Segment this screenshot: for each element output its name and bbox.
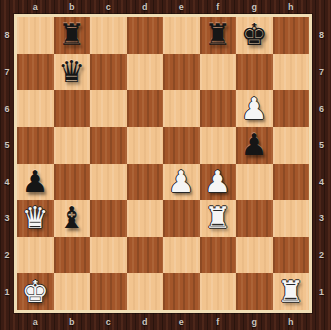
- piece-white-rook[interactable]: ♜: [273, 273, 310, 310]
- file-label-h: h: [273, 313, 310, 330]
- file-labels-top: abcdefgh: [14, 0, 312, 14]
- piece-black-pawn[interactable]: ♟: [17, 164, 54, 201]
- square-e4[interactable]: ♟: [163, 164, 200, 201]
- file-label-d: d: [127, 0, 164, 14]
- square-c7[interactable]: [90, 54, 127, 91]
- square-e7[interactable]: [163, 54, 200, 91]
- rank-labels-left: 87654321: [0, 14, 14, 313]
- square-c8[interactable]: [90, 17, 127, 54]
- square-g7[interactable]: [236, 54, 273, 91]
- square-a3[interactable]: ♛: [17, 200, 54, 237]
- square-e5[interactable]: [163, 127, 200, 164]
- square-c2[interactable]: [90, 237, 127, 274]
- square-a2[interactable]: [17, 237, 54, 274]
- rank-label-4: 4: [312, 164, 331, 201]
- file-label-b: b: [54, 0, 91, 14]
- piece-white-rook[interactable]: ♜: [200, 200, 237, 237]
- piece-white-king[interactable]: ♚: [17, 273, 54, 310]
- square-b8[interactable]: ♜: [54, 17, 91, 54]
- rank-label-3: 3: [0, 200, 14, 237]
- square-b3[interactable]: ♝: [54, 200, 91, 237]
- square-a8[interactable]: [17, 17, 54, 54]
- square-h4[interactable]: [273, 164, 310, 201]
- square-h2[interactable]: [273, 237, 310, 274]
- rank-label-2: 2: [312, 237, 331, 274]
- rank-label-8: 8: [0, 17, 14, 54]
- square-g8[interactable]: ♚: [236, 17, 273, 54]
- file-label-g: g: [236, 313, 273, 330]
- square-f1[interactable]: [200, 273, 237, 310]
- square-b5[interactable]: [54, 127, 91, 164]
- piece-black-pawn[interactable]: ♟: [236, 127, 273, 164]
- rank-labels-right: 87654321: [312, 14, 331, 313]
- piece-white-pawn[interactable]: ♟: [163, 164, 200, 201]
- square-c4[interactable]: [90, 164, 127, 201]
- square-e1[interactable]: [163, 273, 200, 310]
- rank-label-1: 1: [0, 273, 14, 310]
- square-g2[interactable]: [236, 237, 273, 274]
- file-label-a: a: [17, 313, 54, 330]
- piece-black-king[interactable]: ♚: [236, 17, 273, 54]
- square-b7[interactable]: ♛: [54, 54, 91, 91]
- chessboard: abcdefgh 87654321 87654321 abcdefgh ♜♜♚♛…: [0, 0, 331, 330]
- file-label-h: h: [273, 0, 310, 14]
- square-f2[interactable]: [200, 237, 237, 274]
- square-d6[interactable]: [127, 90, 164, 127]
- square-b6[interactable]: [54, 90, 91, 127]
- square-b4[interactable]: [54, 164, 91, 201]
- square-g5[interactable]: ♟: [236, 127, 273, 164]
- square-d5[interactable]: [127, 127, 164, 164]
- file-label-b: b: [54, 313, 91, 330]
- square-h3[interactable]: [273, 200, 310, 237]
- piece-black-rook[interactable]: ♜: [54, 17, 91, 54]
- square-a4[interactable]: ♟: [17, 164, 54, 201]
- square-e3[interactable]: [163, 200, 200, 237]
- square-d8[interactable]: [127, 17, 164, 54]
- square-g6[interactable]: ♟: [236, 90, 273, 127]
- file-label-f: f: [200, 0, 237, 14]
- square-a5[interactable]: [17, 127, 54, 164]
- square-h7[interactable]: [273, 54, 310, 91]
- square-d3[interactable]: [127, 200, 164, 237]
- square-d2[interactable]: [127, 237, 164, 274]
- square-c6[interactable]: [90, 90, 127, 127]
- board-grid: ♜♜♚♛♟♟♟♟♟♛♝♜♚♜: [14, 14, 312, 313]
- rank-label-3: 3: [312, 200, 331, 237]
- rank-label-4: 4: [0, 164, 14, 201]
- piece-black-rook[interactable]: ♜: [200, 17, 237, 54]
- square-d4[interactable]: [127, 164, 164, 201]
- piece-white-pawn[interactable]: ♟: [200, 164, 237, 201]
- rank-label-2: 2: [0, 237, 14, 274]
- square-f6[interactable]: [200, 90, 237, 127]
- square-g3[interactable]: [236, 200, 273, 237]
- square-a7[interactable]: [17, 54, 54, 91]
- square-e2[interactable]: [163, 237, 200, 274]
- square-d7[interactable]: [127, 54, 164, 91]
- file-label-g: g: [236, 0, 273, 14]
- square-a1[interactable]: ♚: [17, 273, 54, 310]
- rank-label-7: 7: [0, 54, 14, 91]
- file-label-a: a: [17, 0, 54, 14]
- square-g4[interactable]: [236, 164, 273, 201]
- file-label-c: c: [90, 0, 127, 14]
- square-d1[interactable]: [127, 273, 164, 310]
- square-f4[interactable]: ♟: [200, 164, 237, 201]
- square-f3[interactable]: ♜: [200, 200, 237, 237]
- square-b2[interactable]: [54, 237, 91, 274]
- file-label-e: e: [163, 0, 200, 14]
- square-f8[interactable]: ♜: [200, 17, 237, 54]
- file-labels-bottom: abcdefgh: [14, 313, 312, 330]
- square-g1[interactable]: [236, 273, 273, 310]
- piece-black-bishop[interactable]: ♝: [54, 200, 91, 237]
- square-c3[interactable]: [90, 200, 127, 237]
- square-h6[interactable]: [273, 90, 310, 127]
- square-c5[interactable]: [90, 127, 127, 164]
- square-e6[interactable]: [163, 90, 200, 127]
- square-h1[interactable]: ♜: [273, 273, 310, 310]
- rank-label-6: 6: [312, 90, 331, 127]
- rank-label-6: 6: [0, 90, 14, 127]
- file-label-c: c: [90, 313, 127, 330]
- square-e8[interactable]: [163, 17, 200, 54]
- rank-label-8: 8: [312, 17, 331, 54]
- file-label-e: e: [163, 313, 200, 330]
- square-b1[interactable]: [54, 273, 91, 310]
- piece-white-pawn[interactable]: ♟: [236, 90, 273, 127]
- rank-label-5: 5: [312, 127, 331, 164]
- square-f5[interactable]: [200, 127, 237, 164]
- rank-label-7: 7: [312, 54, 331, 91]
- file-label-d: d: [127, 313, 164, 330]
- square-f7[interactable]: [200, 54, 237, 91]
- file-label-f: f: [200, 313, 237, 330]
- square-h5[interactable]: [273, 127, 310, 164]
- rank-label-5: 5: [0, 127, 14, 164]
- piece-white-queen[interactable]: ♛: [17, 200, 54, 237]
- square-h8[interactable]: [273, 17, 310, 54]
- square-a6[interactable]: [17, 90, 54, 127]
- piece-black-queen[interactable]: ♛: [54, 54, 91, 91]
- rank-label-1: 1: [312, 273, 331, 310]
- square-c1[interactable]: [90, 273, 127, 310]
